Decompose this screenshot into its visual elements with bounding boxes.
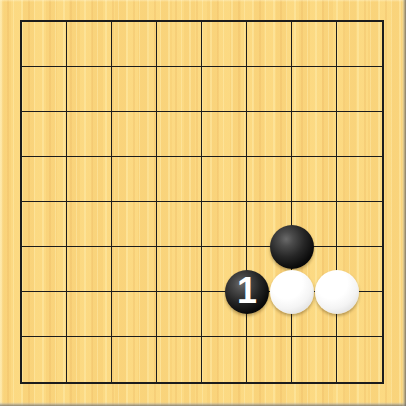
white-stone — [270, 270, 314, 314]
black-stone: 1 — [225, 270, 269, 314]
go-board: 1 — [0, 0, 406, 406]
black-stone — [270, 225, 314, 269]
move-number-label: 1 — [237, 273, 257, 309]
stones-layer: 1 — [22, 22, 382, 382]
white-stone — [315, 270, 359, 314]
